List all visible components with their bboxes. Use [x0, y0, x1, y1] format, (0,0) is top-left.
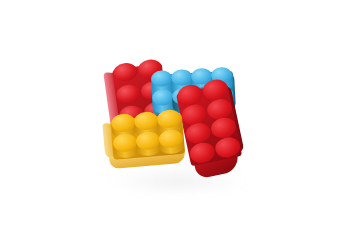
yellow-brick-front-stud-r1c1: [135, 131, 161, 157]
yellow-brick-front-stud-r1c0: [112, 133, 138, 159]
yellow-brick-front-stud-r1c2: [158, 129, 184, 155]
yellow-brick-front: [110, 114, 185, 160]
red-brick-upper-left-stud-r0c0: [112, 62, 138, 83]
red-brick-upper-left-stud-r1c0: [115, 83, 141, 104]
red-brick-right: [176, 83, 242, 166]
blocks-photo: [0, 0, 340, 227]
